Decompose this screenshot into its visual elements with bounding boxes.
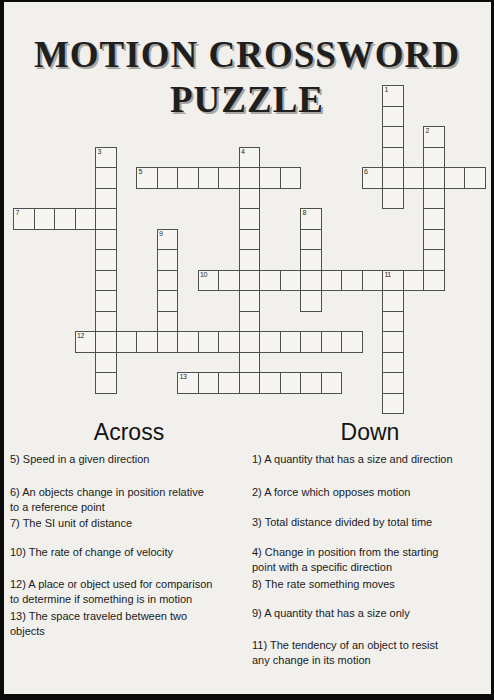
grid-cell[interactable] — [239, 270, 261, 292]
grid-cell[interactable] — [95, 331, 117, 353]
grid-cell[interactable]: 7 — [13, 208, 35, 230]
grid-cell[interactable]: 10 — [198, 270, 220, 292]
grid-cell[interactable] — [157, 311, 179, 333]
grid-cell[interactable] — [177, 167, 199, 189]
page-title-line1: MOTION CROSSWORD — [0, 33, 494, 76]
grid-cell[interactable] — [157, 249, 179, 271]
grid-cell[interactable] — [198, 331, 220, 353]
grid-cell[interactable] — [259, 372, 281, 394]
cell-number: 2 — [426, 127, 429, 135]
down-clue-4: 4) Change in position from the starting … — [252, 545, 488, 576]
across-header: Across — [10, 419, 248, 446]
grid-cell[interactable] — [95, 249, 117, 271]
down-clue-1: 1) A quantity that has a size and direct… — [252, 452, 488, 468]
grid-cell[interactable] — [157, 290, 179, 312]
grid-cell[interactable]: 5 — [136, 167, 158, 189]
grid-cell[interactable] — [239, 311, 261, 333]
across-clue-12: 12) A place or object used for compariso… — [10, 577, 248, 608]
grid-cell[interactable] — [75, 208, 97, 230]
grid-cell[interactable]: 3 — [95, 147, 117, 169]
grid-cell[interactable] — [423, 188, 445, 210]
grid-cell[interactable] — [259, 331, 281, 353]
grid-cell[interactable] — [54, 208, 76, 230]
grid-cell[interactable] — [403, 167, 425, 189]
grid-cell[interactable] — [95, 188, 117, 210]
grid-cell[interactable] — [382, 372, 404, 394]
grid-cell[interactable] — [34, 208, 56, 230]
down-clues-column: Down 1) A quantity that has a size and d… — [252, 419, 488, 669]
grid-cell[interactable] — [259, 270, 281, 292]
across-clue-13: 13) The space traveled between two objec… — [10, 609, 248, 640]
down-clue-list: 1) A quantity that has a size and direct… — [252, 452, 488, 669]
grid-cell[interactable] — [382, 393, 404, 415]
cell-number: 1 — [385, 86, 388, 94]
grid-cell[interactable] — [157, 331, 179, 353]
across-clues-column: Across 5) Speed in a given direction6) A… — [10, 419, 248, 640]
grid-cell[interactable] — [300, 331, 322, 353]
grid-cell[interactable] — [239, 249, 261, 271]
grid-cell[interactable] — [382, 167, 404, 189]
cell-number: 7 — [16, 209, 19, 217]
grid-cell[interactable] — [300, 229, 322, 251]
grid-cell[interactable] — [280, 331, 302, 353]
grid-cell[interactable] — [218, 167, 240, 189]
grid-cell[interactable] — [198, 167, 220, 189]
grid-cell[interactable]: 6 — [362, 167, 384, 189]
cell-number: 5 — [139, 168, 142, 176]
grid-cell[interactable] — [95, 167, 117, 189]
grid-cell[interactable] — [382, 188, 404, 210]
grid-cell[interactable] — [95, 290, 117, 312]
grid-cell[interactable] — [362, 270, 384, 292]
across-clue-7: 7) The SI unit of distance — [10, 516, 248, 532]
grid-cell[interactable] — [239, 290, 261, 312]
across-clue-list: 5) Speed in a given direction6) An objec… — [10, 452, 248, 640]
grid-cell[interactable]: 1 — [382, 85, 404, 107]
grid-cell[interactable] — [444, 167, 466, 189]
cell-number: 12 — [77, 332, 84, 340]
down-clue-9: 9) A quantity that has a size only — [252, 606, 488, 622]
grid-cell[interactable] — [218, 270, 240, 292]
cell-number: 10 — [200, 271, 207, 279]
grid-cell[interactable] — [116, 331, 138, 353]
grid-cell[interactable] — [382, 126, 404, 148]
grid-cell[interactable]: 13 — [177, 372, 199, 394]
grid-cell[interactable] — [321, 372, 343, 394]
down-clue-11: 11) The tendency of an object to resist … — [252, 638, 488, 669]
grid-cell[interactable] — [95, 352, 117, 374]
grid-cell[interactable] — [382, 352, 404, 374]
crossword-grid: 12345678910111213 — [13, 85, 486, 414]
grid-cell[interactable] — [423, 249, 445, 271]
grid-cell[interactable] — [403, 270, 425, 292]
worksheet-page: MOTION CROSSWORD PUZZLE 1234567891011121… — [0, 0, 494, 700]
grid-cell[interactable] — [321, 270, 343, 292]
cell-number: 3 — [98, 148, 101, 156]
grid-cell[interactable] — [382, 147, 404, 169]
grid-cell[interactable] — [157, 270, 179, 292]
grid-cell[interactable] — [95, 372, 117, 394]
grid-cell[interactable] — [300, 290, 322, 312]
grid-cell[interactable] — [95, 229, 117, 251]
grid-cell[interactable] — [341, 331, 363, 353]
grid-cell[interactable] — [382, 290, 404, 312]
grid-cell[interactable] — [218, 372, 240, 394]
cell-number: 6 — [364, 168, 367, 176]
across-clue-5: 5) Speed in a given direction — [10, 452, 248, 468]
grid-cell[interactable] — [321, 331, 343, 353]
grid-cell[interactable] — [423, 147, 445, 169]
grid-cell[interactable] — [239, 167, 261, 189]
grid-cell[interactable] — [300, 249, 322, 271]
grid-cell[interactable] — [382, 106, 404, 128]
grid-cell[interactable] — [341, 270, 363, 292]
grid-cell[interactable] — [423, 208, 445, 230]
grid-cell[interactable] — [423, 167, 445, 189]
frame-bottom — [0, 694, 494, 700]
grid-cell[interactable] — [259, 167, 281, 189]
grid-cell[interactable] — [423, 229, 445, 251]
grid-cell[interactable] — [423, 270, 445, 292]
grid-cell[interactable] — [464, 167, 486, 189]
down-clue-2: 2) A force which opposes motion — [252, 485, 488, 501]
grid-cell[interactable]: 11 — [382, 270, 404, 292]
grid-cell[interactable] — [239, 372, 261, 394]
grid-cell[interactable] — [239, 331, 261, 353]
grid-cell[interactable] — [218, 331, 240, 353]
across-clue-6: 6) An objects change in position relativ… — [10, 485, 248, 516]
down-clue-3: 3) Total distance divided by total time — [252, 515, 488, 531]
frame-top — [0, 0, 494, 2]
grid-cell[interactable] — [239, 229, 261, 251]
grid-cell[interactable] — [280, 167, 302, 189]
grid-cell[interactable]: 12 — [75, 331, 97, 353]
down-clue-8: 8) The rate something moves — [252, 577, 488, 593]
cell-number: 9 — [159, 230, 162, 238]
grid-cell[interactable] — [198, 372, 220, 394]
grid-cell[interactable] — [95, 311, 117, 333]
cell-number: 8 — [303, 209, 306, 217]
grid-cell[interactable] — [300, 270, 322, 292]
grid-cell[interactable]: 8 — [300, 208, 322, 230]
across-clue-10: 10) The rate of change of velocity — [10, 545, 248, 561]
grid-cell[interactable] — [280, 270, 302, 292]
grid-cell[interactable] — [136, 331, 158, 353]
grid-cell[interactable] — [239, 352, 261, 374]
grid-cell[interactable] — [382, 311, 404, 333]
cell-number: 13 — [180, 373, 187, 381]
down-header: Down — [252, 419, 488, 446]
grid-cell[interactable]: 2 — [423, 126, 445, 148]
cell-number: 4 — [241, 148, 244, 156]
grid-cell[interactable]: 4 — [239, 147, 261, 169]
grid-cell[interactable] — [95, 270, 117, 292]
grid-cell[interactable] — [280, 372, 302, 394]
grid-cell[interactable] — [177, 331, 199, 353]
cell-number: 11 — [385, 271, 391, 279]
grid-cell[interactable] — [157, 167, 179, 189]
grid-cell[interactable]: 9 — [157, 229, 179, 251]
grid-cell[interactable] — [239, 188, 261, 210]
grid-cell[interactable] — [239, 208, 261, 230]
grid-cell[interactable] — [95, 208, 117, 230]
grid-cell[interactable] — [382, 331, 404, 353]
grid-cell[interactable] — [300, 372, 322, 394]
